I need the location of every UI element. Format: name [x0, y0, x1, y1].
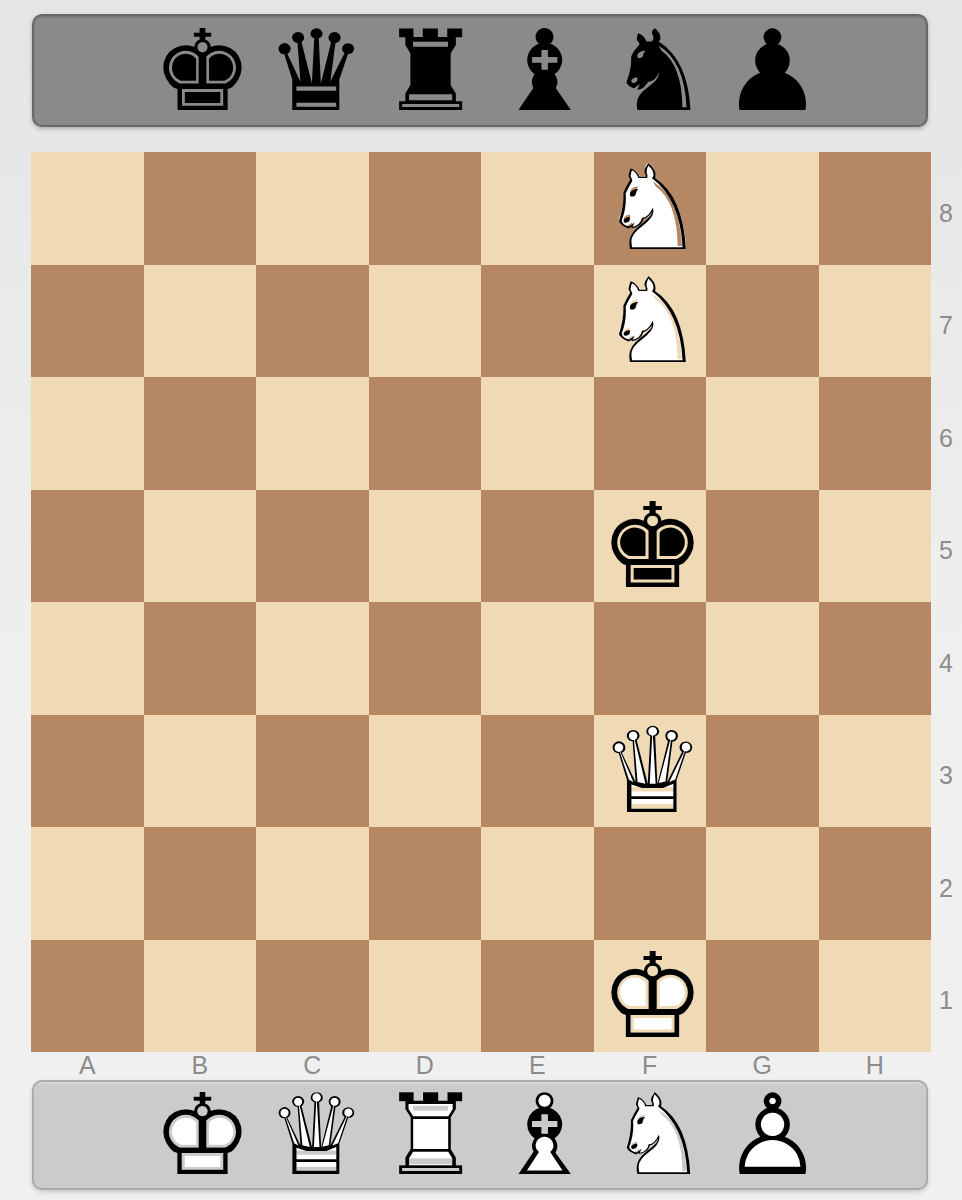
- rank-label-7: 7: [930, 265, 962, 378]
- square-a5[interactable]: [31, 490, 144, 603]
- square-h6[interactable]: [819, 377, 932, 490]
- square-b8[interactable]: [144, 152, 257, 265]
- square-a2[interactable]: [31, 827, 144, 940]
- tray-slot-black-rook[interactable]: ♜: [375, 16, 472, 125]
- square-a7[interactable]: [31, 265, 144, 378]
- square-d3[interactable]: [369, 715, 482, 828]
- square-h4[interactable]: [819, 602, 932, 715]
- rank-label-8: 8: [930, 152, 962, 265]
- square-b4[interactable]: [144, 602, 257, 715]
- piece-fill: ♟: [717, 15, 829, 127]
- square-d6[interactable]: [369, 377, 482, 490]
- rank-label-2: 2: [930, 827, 962, 940]
- square-c7[interactable]: [256, 265, 369, 378]
- square-f8[interactable]: ♞♘: [594, 152, 707, 265]
- square-h7[interactable]: [819, 265, 932, 378]
- piece-white-queen[interactable]: ♛♕: [261, 1079, 358, 1191]
- piece-white-knight[interactable]: ♞♘: [603, 1079, 700, 1191]
- square-d5[interactable]: [369, 490, 482, 603]
- square-e6[interactable]: [481, 377, 594, 490]
- file-label-h: H: [819, 1050, 932, 1080]
- piece-outline: ♘: [603, 1079, 715, 1191]
- square-b3[interactable]: [144, 715, 257, 828]
- piece-black-pawn[interactable]: ♟: [717, 15, 814, 127]
- square-c1[interactable]: [256, 940, 369, 1053]
- rank-label-5: 5: [930, 490, 962, 603]
- piece-fill: ♚: [594, 487, 712, 605]
- piece-outline: ♘: [594, 149, 712, 267]
- square-d4[interactable]: [369, 602, 482, 715]
- square-b6[interactable]: [144, 377, 257, 490]
- tray-slot-black-queen[interactable]: ♛: [261, 16, 358, 125]
- chess-board: ♞♘♞♘♚♛♕♚♔: [31, 152, 931, 1052]
- square-e3[interactable]: [481, 715, 594, 828]
- rank-label-1: 1: [930, 940, 962, 1053]
- tray-slot-white-pawn[interactable]: ♟♙: [717, 1082, 814, 1188]
- piece-white-knight[interactable]: ♞♘: [594, 149, 707, 267]
- square-f3[interactable]: ♛♕: [594, 715, 707, 828]
- piece-black-queen[interactable]: ♛: [261, 15, 358, 127]
- square-a1[interactable]: [31, 940, 144, 1053]
- piece-fill: ♛: [261, 15, 373, 127]
- square-f6[interactable]: [594, 377, 707, 490]
- piece-outline: ♗: [489, 1079, 601, 1191]
- square-g2[interactable]: [706, 827, 819, 940]
- piece-fill: ♚: [147, 15, 259, 127]
- square-f1[interactable]: ♚♔: [594, 940, 707, 1053]
- square-c2[interactable]: [256, 827, 369, 940]
- piece-white-king[interactable]: ♚♔: [594, 937, 707, 1055]
- square-c3[interactable]: [256, 715, 369, 828]
- tray-slot-white-knight[interactable]: ♞♘: [603, 1082, 700, 1188]
- square-a6[interactable]: [31, 377, 144, 490]
- square-g8[interactable]: [706, 152, 819, 265]
- square-d2[interactable]: [369, 827, 482, 940]
- square-c6[interactable]: [256, 377, 369, 490]
- tray-slot-black-king[interactable]: ♚: [147, 16, 244, 125]
- square-h8[interactable]: [819, 152, 932, 265]
- piece-black-bishop[interactable]: ♝: [489, 15, 586, 127]
- square-a8[interactable]: [31, 152, 144, 265]
- piece-white-queen[interactable]: ♛♕: [594, 712, 707, 830]
- piece-black-rook[interactable]: ♜: [375, 15, 472, 127]
- square-e8[interactable]: [481, 152, 594, 265]
- square-f7[interactable]: ♞♘: [594, 265, 707, 378]
- piece-fill: ♝: [489, 15, 601, 127]
- square-b7[interactable]: [144, 265, 257, 378]
- black-spare-piece-tray: ♚♛♜♝♞♟: [32, 14, 928, 127]
- square-d1[interactable]: [369, 940, 482, 1053]
- piece-fill: ♜: [375, 15, 487, 127]
- piece-white-rook[interactable]: ♜♖: [375, 1079, 472, 1191]
- square-h1[interactable]: [819, 940, 932, 1053]
- piece-black-knight[interactable]: ♞: [603, 15, 700, 127]
- square-f2[interactable]: [594, 827, 707, 940]
- piece-outline: ♕: [594, 712, 712, 830]
- piece-white-king[interactable]: ♚♔: [147, 1079, 244, 1191]
- tray-slot-white-king[interactable]: ♚♔: [147, 1082, 244, 1188]
- square-e7[interactable]: [481, 265, 594, 378]
- piece-white-bishop[interactable]: ♝♗: [489, 1079, 586, 1191]
- square-e4[interactable]: [481, 602, 594, 715]
- tray-slot-black-pawn[interactable]: ♟: [717, 16, 814, 125]
- rank-label-3: 3: [930, 715, 962, 828]
- piece-white-pawn[interactable]: ♟♙: [717, 1079, 814, 1191]
- square-c4[interactable]: [256, 602, 369, 715]
- piece-black-king[interactable]: ♚: [594, 487, 707, 605]
- tray-slot-white-bishop[interactable]: ♝♗: [489, 1082, 586, 1188]
- square-f4[interactable]: [594, 602, 707, 715]
- square-g7[interactable]: [706, 265, 819, 378]
- square-f5[interactable]: ♚: [594, 490, 707, 603]
- rank-label-6: 6: [930, 377, 962, 490]
- piece-outline: ♔: [594, 937, 712, 1055]
- square-b1[interactable]: [144, 940, 257, 1053]
- piece-black-king[interactable]: ♚: [147, 15, 244, 127]
- white-spare-piece-tray: ♚♔♛♕♜♖♝♗♞♘♟♙: [32, 1080, 928, 1190]
- tray-slot-black-knight[interactable]: ♞: [603, 16, 700, 125]
- square-d7[interactable]: [369, 265, 482, 378]
- square-c8[interactable]: [256, 152, 369, 265]
- square-h2[interactable]: [819, 827, 932, 940]
- square-d8[interactable]: [369, 152, 482, 265]
- square-c5[interactable]: [256, 490, 369, 603]
- square-a3[interactable]: [31, 715, 144, 828]
- square-e5[interactable]: [481, 490, 594, 603]
- square-h3[interactable]: [819, 715, 932, 828]
- piece-fill: ♞: [603, 15, 715, 127]
- square-a4[interactable]: [31, 602, 144, 715]
- square-g1[interactable]: [706, 940, 819, 1053]
- piece-outline: ♘: [594, 262, 712, 380]
- square-b5[interactable]: [144, 490, 257, 603]
- square-g4[interactable]: [706, 602, 819, 715]
- rank-labels: 87654321: [930, 152, 962, 1052]
- piece-white-knight[interactable]: ♞♘: [594, 262, 707, 380]
- square-g6[interactable]: [706, 377, 819, 490]
- square-e2[interactable]: [481, 827, 594, 940]
- square-g3[interactable]: [706, 715, 819, 828]
- square-e1[interactable]: [481, 940, 594, 1053]
- tray-slot-black-bishop[interactable]: ♝: [489, 16, 586, 125]
- piece-outline: ♔: [147, 1079, 259, 1191]
- piece-outline: ♙: [717, 1079, 829, 1191]
- piece-outline: ♖: [375, 1079, 487, 1191]
- square-g5[interactable]: [706, 490, 819, 603]
- square-b2[interactable]: [144, 827, 257, 940]
- square-h5[interactable]: [819, 490, 932, 603]
- tray-slot-white-rook[interactable]: ♜♖: [375, 1082, 472, 1188]
- piece-outline: ♕: [261, 1079, 373, 1191]
- tray-slot-white-queen[interactable]: ♛♕: [261, 1082, 358, 1188]
- rank-label-4: 4: [930, 602, 962, 715]
- file-label-a: A: [31, 1050, 144, 1080]
